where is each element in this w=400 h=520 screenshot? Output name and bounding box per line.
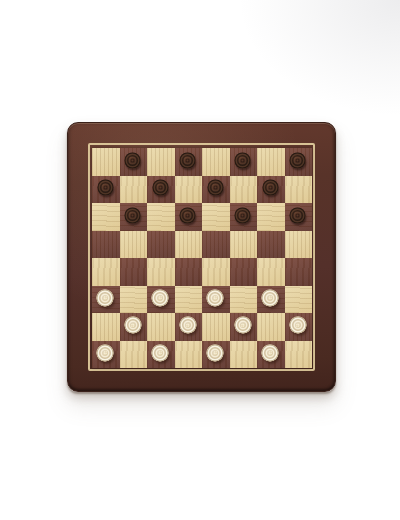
light-piece[interactable] bbox=[207, 289, 224, 306]
scene bbox=[0, 0, 400, 520]
square-r4c1[interactable] bbox=[92, 231, 120, 259]
square-r6c2 bbox=[120, 286, 148, 314]
square-r7c4[interactable] bbox=[175, 313, 203, 341]
square-r8c2 bbox=[120, 341, 148, 369]
square-r6c3[interactable] bbox=[147, 286, 175, 314]
square-r7c2[interactable] bbox=[120, 313, 148, 341]
square-r7c8[interactable] bbox=[285, 313, 313, 341]
square-r8c6 bbox=[230, 341, 258, 369]
dark-piece[interactable] bbox=[235, 207, 251, 223]
square-r5c5 bbox=[202, 258, 230, 286]
square-r4c8 bbox=[285, 231, 313, 259]
light-piece[interactable] bbox=[179, 317, 196, 334]
square-r1c3 bbox=[147, 148, 175, 176]
square-r2c1[interactable] bbox=[92, 176, 120, 204]
square-r3c5 bbox=[202, 203, 230, 231]
light-piece[interactable] bbox=[152, 344, 169, 361]
square-r3c3 bbox=[147, 203, 175, 231]
square-r3c6[interactable] bbox=[230, 203, 258, 231]
square-r4c4 bbox=[175, 231, 203, 259]
square-r5c6[interactable] bbox=[230, 258, 258, 286]
dark-piece[interactable] bbox=[262, 180, 278, 196]
square-r3c2[interactable] bbox=[120, 203, 148, 231]
square-r3c8[interactable] bbox=[285, 203, 313, 231]
dark-piece[interactable] bbox=[97, 180, 113, 196]
light-piece[interactable] bbox=[234, 317, 251, 334]
square-r5c3 bbox=[147, 258, 175, 286]
square-r5c8[interactable] bbox=[285, 258, 313, 286]
square-r8c8 bbox=[285, 341, 313, 369]
square-r2c6 bbox=[230, 176, 258, 204]
light-piece[interactable] bbox=[124, 317, 141, 334]
square-r1c4[interactable] bbox=[175, 148, 203, 176]
checkers-board bbox=[67, 122, 336, 392]
dark-piece[interactable] bbox=[125, 207, 141, 223]
square-r6c5[interactable] bbox=[202, 286, 230, 314]
square-r1c2[interactable] bbox=[120, 148, 148, 176]
square-r3c1 bbox=[92, 203, 120, 231]
square-r2c4 bbox=[175, 176, 203, 204]
dark-piece[interactable] bbox=[180, 152, 196, 168]
square-r1c1 bbox=[92, 148, 120, 176]
light-piece[interactable] bbox=[289, 317, 306, 334]
square-r6c8 bbox=[285, 286, 313, 314]
square-r2c2 bbox=[120, 176, 148, 204]
square-r5c7 bbox=[257, 258, 285, 286]
square-r4c3[interactable] bbox=[147, 231, 175, 259]
square-r3c7 bbox=[257, 203, 285, 231]
square-r1c6[interactable] bbox=[230, 148, 258, 176]
square-r8c3[interactable] bbox=[147, 341, 175, 369]
light-piece[interactable] bbox=[97, 289, 114, 306]
square-r6c7[interactable] bbox=[257, 286, 285, 314]
square-r5c4[interactable] bbox=[175, 258, 203, 286]
square-r2c7[interactable] bbox=[257, 176, 285, 204]
light-piece[interactable] bbox=[207, 344, 224, 361]
dark-piece[interactable] bbox=[180, 207, 196, 223]
square-r7c7 bbox=[257, 313, 285, 341]
square-r3c4[interactable] bbox=[175, 203, 203, 231]
dark-piece[interactable] bbox=[290, 152, 306, 168]
light-piece[interactable] bbox=[152, 289, 169, 306]
square-r6c1[interactable] bbox=[92, 286, 120, 314]
square-r1c8[interactable] bbox=[285, 148, 313, 176]
square-r8c5[interactable] bbox=[202, 341, 230, 369]
square-r8c4 bbox=[175, 341, 203, 369]
dark-piece[interactable] bbox=[290, 207, 306, 223]
square-r4c7[interactable] bbox=[257, 231, 285, 259]
square-r4c2 bbox=[120, 231, 148, 259]
square-r2c5[interactable] bbox=[202, 176, 230, 204]
light-piece[interactable] bbox=[262, 344, 279, 361]
square-r7c1 bbox=[92, 313, 120, 341]
square-r7c6[interactable] bbox=[230, 313, 258, 341]
square-r1c7 bbox=[257, 148, 285, 176]
light-piece[interactable] bbox=[262, 289, 279, 306]
square-r8c7[interactable] bbox=[257, 341, 285, 369]
square-r2c8 bbox=[285, 176, 313, 204]
square-r5c2[interactable] bbox=[120, 258, 148, 286]
square-r4c5[interactable] bbox=[202, 231, 230, 259]
square-r8c1[interactable] bbox=[92, 341, 120, 369]
square-r7c3 bbox=[147, 313, 175, 341]
square-r4c6 bbox=[230, 231, 258, 259]
board-grid bbox=[92, 148, 312, 368]
dark-piece[interactable] bbox=[207, 180, 223, 196]
square-r7c5 bbox=[202, 313, 230, 341]
dark-piece[interactable] bbox=[235, 152, 251, 168]
square-r1c5 bbox=[202, 148, 230, 176]
light-piece[interactable] bbox=[97, 344, 114, 361]
square-r2c3[interactable] bbox=[147, 176, 175, 204]
square-r6c6 bbox=[230, 286, 258, 314]
dark-piece[interactable] bbox=[125, 152, 141, 168]
dark-piece[interactable] bbox=[152, 180, 168, 196]
square-r6c4 bbox=[175, 286, 203, 314]
square-r5c1 bbox=[92, 258, 120, 286]
